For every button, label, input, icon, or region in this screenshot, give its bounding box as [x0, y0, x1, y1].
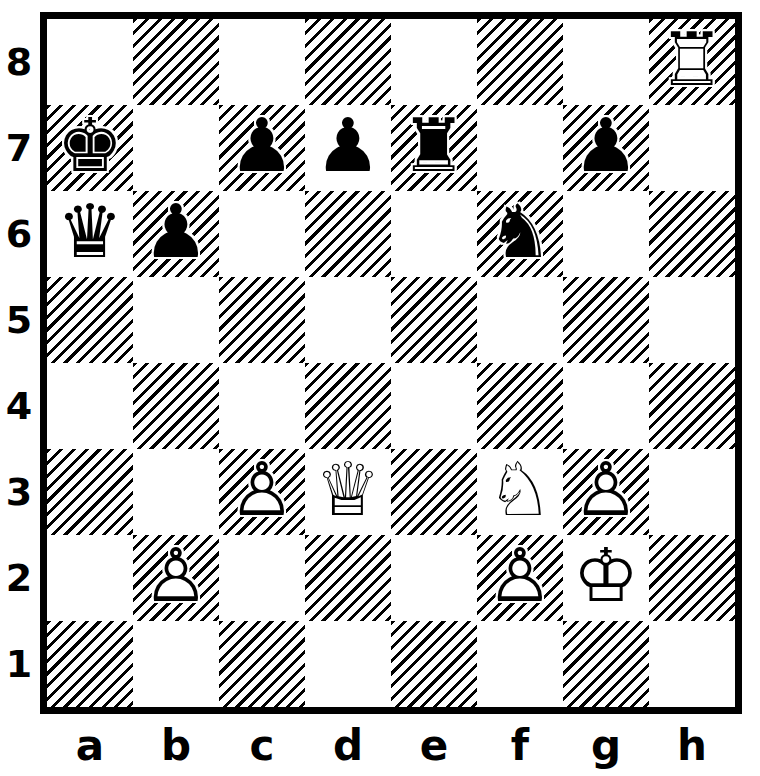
square-h5 — [649, 277, 735, 363]
white-rook-glyph-outline: ♖ — [649, 22, 735, 96]
white-pawn-piece: ♟♙ — [477, 535, 563, 621]
black-pawn-piece: ♟ — [305, 105, 391, 191]
square-h4 — [649, 363, 735, 449]
square-e6 — [391, 191, 477, 277]
square-h2 — [649, 535, 735, 621]
square-f5 — [477, 277, 563, 363]
square-a7: ♚ — [47, 105, 133, 191]
rank-label-8: 8 — [0, 19, 38, 105]
square-a8 — [47, 19, 133, 105]
square-d1 — [305, 621, 391, 707]
square-e2 — [391, 535, 477, 621]
black-pawn-glyph-fill: ♟ — [563, 108, 649, 182]
board: ♜♖♚♟♟♜♟♛♟♞♟♙♛♕♞♘♟♙♟♙♟♙♚♔ — [40, 12, 742, 714]
square-b7 — [133, 105, 219, 191]
black-queen-piece: ♛ — [47, 191, 133, 277]
rank-label-7: 7 — [0, 105, 38, 191]
square-c2 — [219, 535, 305, 621]
white-pawn-glyph-outline: ♙ — [133, 538, 219, 612]
square-g7: ♟ — [563, 105, 649, 191]
square-f3: ♞♘ — [477, 449, 563, 535]
square-b1 — [133, 621, 219, 707]
square-a3 — [47, 449, 133, 535]
white-queen-glyph-outline: ♕ — [305, 452, 391, 526]
square-a4 — [47, 363, 133, 449]
square-f7 — [477, 105, 563, 191]
white-pawn-piece: ♟♙ — [219, 449, 305, 535]
black-knight-glyph-fill: ♞ — [477, 194, 563, 268]
square-h3 — [649, 449, 735, 535]
square-f4 — [477, 363, 563, 449]
white-knight-glyph-outline: ♘ — [477, 452, 563, 526]
white-queen-piece: ♛♕ — [305, 449, 391, 535]
square-b5 — [133, 277, 219, 363]
white-pawn-glyph-outline: ♙ — [477, 538, 563, 612]
black-rook-piece: ♜ — [391, 105, 477, 191]
file-label-f: f — [477, 716, 563, 774]
rank-label-2: 2 — [0, 535, 38, 621]
rank-label-6: 6 — [0, 191, 38, 277]
square-c7: ♟ — [219, 105, 305, 191]
rank-label-1: 1 — [0, 621, 38, 707]
square-h8: ♜♖ — [649, 19, 735, 105]
square-b3 — [133, 449, 219, 535]
square-c6 — [219, 191, 305, 277]
square-e4 — [391, 363, 477, 449]
white-pawn-glyph-outline: ♙ — [563, 452, 649, 526]
file-label-a: a — [47, 716, 133, 774]
square-e5 — [391, 277, 477, 363]
square-c1 — [219, 621, 305, 707]
file-label-g: g — [563, 716, 649, 774]
black-pawn-glyph-fill: ♟ — [305, 108, 391, 182]
square-a1 — [47, 621, 133, 707]
square-d8 — [305, 19, 391, 105]
rank-label-3: 3 — [0, 449, 38, 535]
black-queen-glyph-fill: ♛ — [47, 194, 133, 268]
black-knight-piece: ♞ — [477, 191, 563, 277]
black-pawn-piece: ♟ — [219, 105, 305, 191]
square-b4 — [133, 363, 219, 449]
black-king-glyph-fill: ♚ — [47, 108, 133, 182]
rank-label-4: 4 — [0, 363, 38, 449]
square-g8 — [563, 19, 649, 105]
black-pawn-glyph-fill: ♟ — [219, 108, 305, 182]
white-pawn-piece: ♟♙ — [133, 535, 219, 621]
square-a6: ♛ — [47, 191, 133, 277]
black-king-piece: ♚ — [47, 105, 133, 191]
square-d3: ♛♕ — [305, 449, 391, 535]
square-g6 — [563, 191, 649, 277]
square-e1 — [391, 621, 477, 707]
white-pawn-glyph-outline: ♙ — [219, 452, 305, 526]
square-a2 — [47, 535, 133, 621]
square-c4 — [219, 363, 305, 449]
square-c3: ♟♙ — [219, 449, 305, 535]
square-f1 — [477, 621, 563, 707]
square-b8 — [133, 19, 219, 105]
chess-diagram: 87654321 ♜♖♚♟♟♜♟♛♟♞♟♙♛♕♞♘♟♙♟♙♟♙♚♔ abcdef… — [0, 0, 760, 776]
white-king-glyph-outline: ♔ — [563, 538, 649, 612]
white-king-piece: ♚♔ — [563, 535, 649, 621]
black-pawn-glyph-fill: ♟ — [133, 194, 219, 268]
square-g4 — [563, 363, 649, 449]
white-rook-piece: ♜♖ — [649, 19, 735, 105]
square-b2: ♟♙ — [133, 535, 219, 621]
white-knight-piece: ♞♘ — [477, 449, 563, 535]
square-a5 — [47, 277, 133, 363]
square-h6 — [649, 191, 735, 277]
black-pawn-piece: ♟ — [563, 105, 649, 191]
square-h7 — [649, 105, 735, 191]
square-d4 — [305, 363, 391, 449]
square-d2 — [305, 535, 391, 621]
file-labels: abcdefgh — [47, 716, 735, 774]
square-f6: ♞ — [477, 191, 563, 277]
square-f8 — [477, 19, 563, 105]
square-b6: ♟ — [133, 191, 219, 277]
file-label-b: b — [133, 716, 219, 774]
square-g1 — [563, 621, 649, 707]
square-g3: ♟♙ — [563, 449, 649, 535]
square-c5 — [219, 277, 305, 363]
square-e8 — [391, 19, 477, 105]
rank-label-5: 5 — [0, 277, 38, 363]
square-c8 — [219, 19, 305, 105]
square-e3 — [391, 449, 477, 535]
square-g5 — [563, 277, 649, 363]
square-g2: ♚♔ — [563, 535, 649, 621]
square-d6 — [305, 191, 391, 277]
square-e7: ♜ — [391, 105, 477, 191]
square-d5 — [305, 277, 391, 363]
rank-labels: 87654321 — [0, 19, 38, 707]
black-rook-glyph-fill: ♜ — [391, 108, 477, 182]
black-pawn-piece: ♟ — [133, 191, 219, 277]
file-label-e: e — [391, 716, 477, 774]
square-f2: ♟♙ — [477, 535, 563, 621]
file-label-h: h — [649, 716, 735, 774]
square-d7: ♟ — [305, 105, 391, 191]
square-h1 — [649, 621, 735, 707]
file-label-c: c — [219, 716, 305, 774]
file-label-d: d — [305, 716, 391, 774]
white-pawn-piece: ♟♙ — [563, 449, 649, 535]
